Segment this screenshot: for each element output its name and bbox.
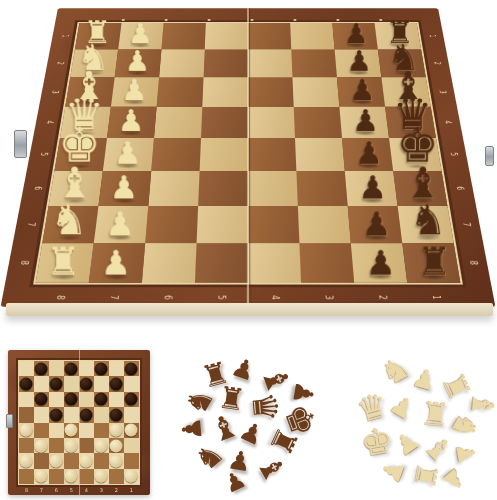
checker-light <box>80 454 93 467</box>
checkers-square <box>64 361 79 376</box>
checkers-square <box>49 376 64 391</box>
checkers-square <box>94 376 109 391</box>
checkers-square <box>64 423 79 438</box>
checker-light <box>20 454 33 467</box>
chess-piece-white-pawn: ♟ <box>113 138 141 169</box>
checkers-square <box>34 453 49 468</box>
checker-dark <box>95 362 108 375</box>
checkers-square <box>124 438 139 453</box>
checker-light <box>110 439 123 452</box>
checkers-square <box>19 469 34 484</box>
checkers-square <box>79 392 94 407</box>
board-square <box>142 243 197 283</box>
board-square: ♟ <box>98 171 151 206</box>
board-square: ♟ <box>94 206 149 243</box>
checkers-square <box>94 361 109 376</box>
board-square <box>248 107 295 138</box>
checker-light <box>50 454 63 467</box>
checkers-square <box>94 407 109 422</box>
pile-piece-pawn: ♟ <box>452 441 479 466</box>
checker-light <box>65 470 78 483</box>
checkers-square <box>94 423 109 438</box>
checkers-square <box>19 423 34 438</box>
checker-dark <box>80 408 93 421</box>
checker-light <box>125 424 138 437</box>
checkers-square <box>109 453 124 468</box>
board-square <box>159 49 205 77</box>
coord-label: 1 <box>410 33 454 40</box>
checkers-square <box>94 453 109 468</box>
checkers-square <box>64 453 79 468</box>
chess-piece-black-rook: ♜ <box>416 242 450 280</box>
checker-light <box>65 424 78 437</box>
pile-piece-bishop: ♝ <box>251 450 290 488</box>
board-square: ♜ <box>402 243 460 283</box>
main-board-photo: ♜♟♟♜♞♟♟♞♝♟♟♝♛♟♟♛♚♟♟♚♝♟♟♝♞♟♟♞♜♟♟♜ 8765432… <box>0 0 497 345</box>
checkers-square <box>94 438 109 453</box>
board-square <box>148 171 199 206</box>
checker-dark <box>35 393 48 406</box>
chess-board: ♜♟♟♜♞♟♟♞♝♟♟♝♛♟♟♛♚♟♟♚♝♟♟♝♞♟♟♞♜♟♟♜ 8765432… <box>1 8 496 306</box>
board-square <box>248 206 299 243</box>
board-square <box>299 243 354 283</box>
board-square <box>201 107 248 138</box>
product-photo: ♜♟♟♜♞♟♟♞♝♟♟♝♛♟♟♛♚♟♟♚♝♟♟♝♞♟♟♞♜♟♟♜ 8765432… <box>0 0 497 500</box>
checkers-square <box>34 438 49 453</box>
coord-label: 8 <box>19 487 34 493</box>
board-square <box>197 206 248 243</box>
checker-dark <box>35 362 48 375</box>
board-square <box>298 206 351 243</box>
checkers-square <box>19 361 34 376</box>
chess-piece-black-knight: ♞ <box>409 199 446 240</box>
checkers-square <box>19 392 34 407</box>
coord-label: 1 <box>124 487 139 493</box>
board-square <box>248 23 291 49</box>
checkers-square <box>64 438 79 453</box>
checker-light <box>35 470 48 483</box>
checker-dark <box>125 362 138 375</box>
checkers-square <box>79 438 94 453</box>
checkers-square <box>19 376 34 391</box>
chess-piece-white-knight: ♞ <box>50 199 87 240</box>
checkers-square <box>64 376 79 391</box>
checkers-square <box>79 423 94 438</box>
board-square <box>204 49 248 77</box>
checker-dark <box>65 362 78 375</box>
checkers-square <box>34 423 49 438</box>
board-front-edge <box>6 303 493 316</box>
checkers-square <box>109 423 124 438</box>
board-square: ♟ <box>339 107 389 138</box>
checker-dark <box>110 378 123 391</box>
chess-piece-white-pawn: ♟ <box>117 106 144 136</box>
checkers-square <box>34 469 49 484</box>
board-square <box>294 107 342 138</box>
clasp-latch-right <box>485 146 494 166</box>
board-square <box>292 77 339 106</box>
board-square <box>290 23 334 49</box>
checkers-square <box>49 407 64 422</box>
coord-label: 3 <box>31 88 77 96</box>
checkers-square <box>49 438 64 453</box>
board-square <box>202 77 248 106</box>
checkers-square <box>109 469 124 484</box>
checkers-square <box>124 423 139 438</box>
board-square <box>248 171 298 206</box>
board-square <box>295 138 345 171</box>
coord-label: 2 <box>414 60 459 67</box>
board-square: ♟ <box>348 206 403 243</box>
checker-dark <box>110 408 123 421</box>
coord-label: 3 <box>94 487 109 493</box>
chess-piece-black-pawn: ♟ <box>346 47 371 75</box>
chess-piece-black-pawn: ♟ <box>349 76 375 105</box>
dark-pieces-pile: ♜♟♝♟♞♜♛♚♟♝♟♜♞♟♝♟ <box>174 350 324 498</box>
chess-piece-white-pawn: ♟ <box>121 76 147 105</box>
board-square <box>291 49 337 77</box>
checkers-coords: 87654321 <box>19 487 139 493</box>
checkers-square <box>49 361 64 376</box>
coord-label: 4 <box>79 487 94 493</box>
chess-piece-black-pawn: ♟ <box>352 106 379 136</box>
checkers-square <box>34 376 49 391</box>
board-square <box>205 23 248 49</box>
coord-label: 6 <box>49 487 64 493</box>
checkers-square <box>49 453 64 468</box>
board-square: ♟ <box>89 243 145 283</box>
checkers-square <box>79 453 94 468</box>
board-square <box>248 49 292 77</box>
coord-label: 2 <box>37 60 82 67</box>
checker-dark <box>20 378 33 391</box>
checkers-square <box>109 361 124 376</box>
checkers-clasp-latch <box>6 414 13 428</box>
checkers-square <box>124 469 139 484</box>
clasp-latch-left <box>14 130 27 158</box>
chess-piece-black-pawn: ♟ <box>355 138 383 169</box>
board-square <box>198 171 248 206</box>
checkers-square <box>109 438 124 453</box>
coord-label: 2 <box>109 487 124 493</box>
chess-piece-white-pawn: ♟ <box>124 47 149 75</box>
board-square: ♟ <box>345 171 398 206</box>
chess-piece-white-rook: ♜ <box>45 242 79 280</box>
board-square <box>151 138 201 171</box>
checkers-square <box>124 361 139 376</box>
coord-label: 1 <box>42 33 86 40</box>
board-square <box>145 206 198 243</box>
light-pieces-pile: ♞♟♜♝♛♟♜♞♚♟♝♟♟♜♟ <box>347 350 497 498</box>
board-square <box>248 138 296 171</box>
board-square <box>154 107 202 138</box>
checkers-square <box>109 392 124 407</box>
board-square: ♟ <box>103 138 154 171</box>
coord-label: 3 <box>419 88 465 96</box>
checkers-square <box>94 469 109 484</box>
board-square <box>161 23 205 49</box>
board-square: ♜ <box>36 243 94 283</box>
checkers-board-thumb: 87654321 <box>8 350 150 495</box>
checkers-square <box>124 407 139 422</box>
checker-dark <box>50 408 63 421</box>
chess-piece-black-pawn: ♟ <box>365 246 395 280</box>
checkers-square <box>64 407 79 422</box>
checkers-square <box>19 407 34 422</box>
board-square <box>157 77 204 106</box>
board-square <box>195 243 248 283</box>
checkers-square <box>49 423 64 438</box>
board-square: ♟ <box>342 138 393 171</box>
checkers-square <box>34 361 49 376</box>
checkers-square <box>124 376 139 391</box>
checkers-square <box>34 407 49 422</box>
checkers-square <box>79 407 94 422</box>
board-square: ♟ <box>351 243 407 283</box>
board-square <box>200 138 248 171</box>
chess-piece-white-pawn: ♟ <box>109 172 137 204</box>
checkers-square <box>19 438 34 453</box>
checker-dark <box>65 393 78 406</box>
checker-light <box>35 439 48 452</box>
checkers-square <box>49 392 64 407</box>
checkers-fold-seam <box>79 350 80 495</box>
board-square <box>296 171 347 206</box>
checkers-square <box>79 376 94 391</box>
chess-piece-white-pawn: ♟ <box>100 246 130 280</box>
checkers-square <box>94 392 109 407</box>
checker-light <box>110 454 123 467</box>
checker-dark <box>80 378 93 391</box>
chess-piece-black-pawn: ♟ <box>358 172 386 204</box>
checkers-square <box>64 469 79 484</box>
checkers-square <box>124 392 139 407</box>
checkers-square <box>124 453 139 468</box>
checkers-square <box>49 469 64 484</box>
chess-piece-black-pawn: ♟ <box>362 208 391 241</box>
checkers-square <box>34 392 49 407</box>
checker-dark <box>125 393 138 406</box>
checkers-square <box>109 407 124 422</box>
board-square <box>248 243 301 283</box>
coord-label: 5 <box>64 487 79 493</box>
checker-light <box>65 439 78 452</box>
checker-light <box>95 470 108 483</box>
checkers-square <box>19 453 34 468</box>
checker-dark <box>50 378 63 391</box>
coord-label: 7 <box>34 487 49 493</box>
checker-light <box>20 424 33 437</box>
checker-light <box>95 439 108 452</box>
pile-piece-pawn: ♟ <box>410 363 439 394</box>
checkers-square <box>79 469 94 484</box>
checker-dark <box>95 393 108 406</box>
checkers-square <box>79 361 94 376</box>
thumbnail-row: 87654321 ♜♟♝♟♞♜♛♚♟♝♟♜♞♟♝♟ ♞♟♜♝♛♟♜♞♚♟♝♟♟♜… <box>0 350 497 500</box>
board-square: ♟ <box>107 107 157 138</box>
chess-piece-white-pawn: ♟ <box>105 208 134 241</box>
pile-piece-pawn: ♟ <box>177 416 205 441</box>
checker-light <box>110 424 123 437</box>
checker-light <box>125 470 138 483</box>
checkers-square <box>64 392 79 407</box>
checkers-square <box>109 376 124 391</box>
board-square <box>248 77 294 106</box>
